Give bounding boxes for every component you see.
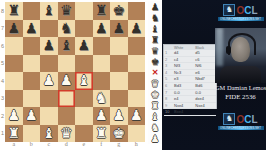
square-d7[interactable]: ♞ <box>58 20 76 38</box>
move-list-body[interactable]: 1d4d52c4c63Nf3Nf64Nc3e65e3Nbd76Bd3Bd670-… <box>164 50 216 115</box>
square-h2[interactable]: ♟ <box>128 107 146 125</box>
square-f1[interactable]: ♜ <box>93 125 111 143</box>
square-h3[interactable] <box>128 90 146 108</box>
move-number: 10 <box>164 109 173 116</box>
piece-white-pawn[interactable]: ♟ <box>25 107 38 125</box>
file-label-c: c <box>40 141 58 147</box>
move-row-2: 2c4c6 <box>164 56 216 63</box>
square-a3[interactable] <box>5 90 23 108</box>
square-b8[interactable] <box>23 2 41 20</box>
file-label-d: d <box>58 141 76 147</box>
piece-black-bishop[interactable]: ♝ <box>60 37 73 55</box>
palette-white-king[interactable]: ♚ <box>148 89 162 100</box>
move-number: 9 <box>164 102 173 109</box>
move-row-6: 6Bd3Bd6 <box>164 82 216 89</box>
square-b2[interactable]: ♟ <box>23 107 41 125</box>
square-d4[interactable]: ♟ <box>58 72 76 90</box>
logo-bar: ONLINECHESSLESSONS.NET <box>218 126 264 130</box>
piece-white-pawn[interactable]: ♟ <box>42 72 55 90</box>
palette-black-pawn[interactable]: ♟ <box>148 1 162 12</box>
headphone-earcup <box>226 46 231 54</box>
palette-white-queen[interactable]: ♛ <box>148 78 162 89</box>
palette-black-knight[interactable]: ♞ <box>148 12 162 23</box>
palette-black-rook[interactable]: ♜ <box>148 34 162 45</box>
move-list[interactable]: WhiteBlack 1d4d52c4c63Nf3Nf64Nc3e65e3Nbd… <box>163 44 217 109</box>
file-label-h: h <box>128 141 146 147</box>
piece-black-pawn[interactable]: ♟ <box>95 20 108 38</box>
logo-letters: OCL <box>236 114 257 125</box>
move-number: 2 <box>164 56 173 63</box>
square-g8[interactable]: ♚ <box>110 2 128 20</box>
black-move[interactable]: Nf6 <box>194 63 216 70</box>
presenter-panel: ♞OCLONLINECHESSLESSONS.NET GM Damian Lem… <box>215 0 266 150</box>
square-c3[interactable] <box>40 90 58 108</box>
move-number: 6 <box>164 82 173 89</box>
square-g6[interactable] <box>110 37 128 55</box>
square-a2[interactable]: ♟ <box>5 107 23 125</box>
piece-black-bishop[interactable]: ♝ <box>42 2 55 20</box>
piece-white-king[interactable]: ♚ <box>112 125 125 143</box>
square-h6[interactable] <box>128 37 146 55</box>
presenter-name: GM Damian Lemos <box>215 84 266 92</box>
piece-white-pawn[interactable]: ♟ <box>95 107 108 125</box>
black-move[interactable]: Nxe4 <box>194 102 216 109</box>
white-move[interactable]: e4 <box>173 96 194 103</box>
square-a8[interactable]: ♜ <box>5 2 23 20</box>
move-row-3: 3Nf3Nf6 <box>164 63 216 70</box>
square-d1[interactable]: ♛ <box>58 125 76 143</box>
piece-black-pawn[interactable]: ♟ <box>25 20 38 38</box>
piece-black-pawn[interactable]: ♟ <box>77 37 90 55</box>
piece-white-pawn[interactable]: ♟ <box>112 107 125 125</box>
square-f4[interactable] <box>93 72 111 90</box>
square-d2[interactable] <box>58 107 76 125</box>
square-a1[interactable]: ♜ <box>5 125 23 143</box>
piece-white-knight[interactable]: ♞ <box>95 90 108 108</box>
move-row-7: 70-00-0 <box>164 89 216 96</box>
piece-black-pawn[interactable]: ♟ <box>42 37 55 55</box>
knight-icon: ♞ <box>223 4 235 16</box>
white-move[interactable]: Bxe4 <box>173 109 194 116</box>
file-labels: abcdefgh <box>5 141 145 147</box>
file-label-f: f <box>93 141 111 147</box>
square-f7[interactable]: ♟ <box>93 20 111 38</box>
piece-black-queen[interactable]: ♛ <box>60 2 73 20</box>
logo-letters: OCL <box>236 5 257 16</box>
piece-white-queen[interactable]: ♛ <box>60 125 73 143</box>
square-b7[interactable]: ♟ <box>23 20 41 38</box>
square-f2[interactable]: ♟ <box>93 107 111 125</box>
square-b6[interactable] <box>23 37 41 55</box>
square-c2[interactable] <box>40 107 58 125</box>
file-label-b: b <box>23 141 41 147</box>
presenter-caption: GM Damian Lemos FIDE 2536 <box>215 84 266 101</box>
square-b5[interactable] <box>23 55 41 73</box>
palette-black-bishop[interactable]: ♝ <box>148 23 162 34</box>
square-f3[interactable]: ♞ <box>93 90 111 108</box>
square-f8[interactable]: ♜ <box>93 2 111 20</box>
move-row-5: 5e3Nbd7 <box>164 76 216 83</box>
square-c5[interactable] <box>40 55 58 73</box>
white-move[interactable]: e3 <box>173 76 194 83</box>
square-g1[interactable]: ♚ <box>110 125 128 143</box>
black-move[interactable]: 0-0 <box>194 89 216 96</box>
piece-white-pawn[interactable]: ♟ <box>7 107 20 125</box>
white-move[interactable]: Nc3 <box>173 69 194 76</box>
black-move[interactable]: e6 <box>194 69 216 76</box>
chessboard-area: 87654321 ♜♝♛♜♚♟♟♞♟♟♟♟♝♟♟♟♝♞♟♟♟♟♟♜♝♛♜♚ ab… <box>0 0 162 150</box>
move-row-9: 9Nxe4Nxe4 <box>164 102 216 109</box>
black-move[interactable]: c6 <box>194 56 216 63</box>
piece-white-pawn[interactable]: ♟ <box>60 72 73 90</box>
black-move[interactable] <box>194 109 216 116</box>
window-light <box>216 28 223 66</box>
square-h4[interactable] <box>128 72 146 90</box>
black-move[interactable]: dxe4 <box>194 96 216 103</box>
move-number: 4 <box>164 69 173 76</box>
white-move[interactable]: 0-0 <box>173 89 194 96</box>
square-c1[interactable]: ♝ <box>40 125 58 143</box>
square-f6[interactable] <box>93 37 111 55</box>
square-e7[interactable] <box>75 20 93 38</box>
piece-black-pawn[interactable]: ♟ <box>130 20 143 38</box>
square-a7[interactable]: ♟ <box>5 20 23 38</box>
ocl-logo-top: ♞OCLONLINECHESSLESSONS.NET <box>216 4 265 21</box>
square-c8[interactable]: ♝ <box>40 2 58 20</box>
logo-bar: ONLINECHESSLESSONS.NET <box>218 17 264 21</box>
square-d3[interactable] <box>58 90 76 108</box>
square-e6[interactable]: ♟ <box>75 37 93 55</box>
square-b3[interactable] <box>23 90 41 108</box>
file-label-e: e <box>75 141 93 147</box>
piece-black-king[interactable]: ♚ <box>112 2 125 20</box>
video-thumbnail: 87654321 ♜♝♛♜♚♟♟♞♟♟♟♟♝♟♟♟♝♞♟♟♟♟♟♜♝♛♜♚ ab… <box>0 0 266 150</box>
square-c6[interactable]: ♟ <box>40 37 58 55</box>
piece-white-bishop[interactable]: ♝ <box>77 72 90 90</box>
black-move[interactable]: Bd6 <box>194 82 216 89</box>
right-panel-background: WhiteBlack 1d4d52c4c63Nf3Nf64Nc3e65e3Nbd… <box>162 0 266 150</box>
square-a4[interactable] <box>5 72 23 90</box>
presenter-shoulders <box>220 66 261 83</box>
white-move[interactable]: Nf3 <box>173 63 194 70</box>
piece-black-pawn[interactable]: ♟ <box>7 20 20 38</box>
piece-white-rook[interactable]: ♜ <box>95 125 108 143</box>
square-a6[interactable] <box>5 37 23 55</box>
square-e2[interactable] <box>75 107 93 125</box>
piece-black-rook[interactable]: ♜ <box>95 2 108 20</box>
piece-white-rook[interactable]: ♜ <box>7 125 20 143</box>
palette-white-pawn[interactable]: ♟ <box>148 133 162 144</box>
square-g3[interactable] <box>110 90 128 108</box>
palette-black-king[interactable]: ♚ <box>148 56 162 67</box>
chessboard[interactable]: ♜♝♛♜♚♟♟♞♟♟♟♟♝♟♟♟♝♞♟♟♟♟♟♜♝♛♜♚ <box>5 2 145 142</box>
file-label-a: a <box>5 141 23 147</box>
square-c7[interactable] <box>40 20 58 38</box>
square-g4[interactable] <box>110 72 128 90</box>
square-d8[interactable]: ♛ <box>58 2 76 20</box>
move-number: 5 <box>164 76 173 83</box>
move-number: 7 <box>164 89 173 96</box>
square-g7[interactable]: ♟ <box>110 20 128 38</box>
square-g2[interactable]: ♟ <box>110 107 128 125</box>
white-move[interactable]: Nxe4 <box>173 102 194 109</box>
square-h5[interactable] <box>128 55 146 73</box>
presenter-face <box>231 37 250 62</box>
white-move[interactable]: c4 <box>173 56 194 63</box>
piece-black-knight[interactable]: ♞ <box>60 20 73 38</box>
square-e3[interactable] <box>75 90 93 108</box>
square-e4[interactable]: ♝ <box>75 72 93 90</box>
square-a5[interactable] <box>5 55 23 73</box>
square-d6[interactable]: ♝ <box>58 37 76 55</box>
square-g5[interactable] <box>110 55 128 73</box>
palette-white-bishop[interactable]: ♝ <box>148 111 162 122</box>
palette-black-queen[interactable]: ♛ <box>148 45 162 56</box>
palette-delete-icon[interactable]: ✕ <box>148 67 162 78</box>
palette-white-rook[interactable]: ♜ <box>148 100 162 111</box>
presenter-photo <box>215 28 266 83</box>
piece-white-pawn[interactable]: ♟ <box>130 107 143 125</box>
move-row-10: 10Bxe4 <box>164 109 216 116</box>
knight-icon: ♞ <box>223 113 235 125</box>
square-e8[interactable] <box>75 2 93 20</box>
move-row-8: 8e4dxe4 <box>164 96 216 103</box>
square-b4[interactable] <box>23 72 41 90</box>
square-h7[interactable]: ♟ <box>128 20 146 38</box>
square-h8[interactable] <box>128 2 146 20</box>
presenter-rating: FIDE 2536 <box>215 92 266 101</box>
square-d5[interactable] <box>58 55 76 73</box>
piece-black-pawn[interactable]: ♟ <box>112 20 125 38</box>
piece-black-rook[interactable]: ♜ <box>7 2 20 20</box>
square-e5[interactable] <box>75 55 93 73</box>
black-move[interactable]: Nbd7 <box>194 76 216 83</box>
file-label-g: g <box>110 141 128 147</box>
square-c4[interactable]: ♟ <box>40 72 58 90</box>
move-number: 3 <box>164 63 173 70</box>
square-b1[interactable] <box>23 125 41 143</box>
white-move[interactable]: Bd3 <box>173 82 194 89</box>
piece-palette[interactable]: ♟♞♝♜♛♚✕♛♚♜♝♞♟ <box>148 1 162 144</box>
square-e1[interactable] <box>75 125 93 143</box>
move-number: 8 <box>164 96 173 103</box>
piece-white-bishop[interactable]: ♝ <box>42 125 55 143</box>
square-h1[interactable] <box>128 125 146 143</box>
move-row-4: 4Nc3e6 <box>164 69 216 76</box>
palette-white-knight[interactable]: ♞ <box>148 122 162 133</box>
ocl-logo-bottom: ♞OCLONLINECHESSLESSONS.NET <box>216 113 265 130</box>
square-f5[interactable] <box>93 55 111 73</box>
